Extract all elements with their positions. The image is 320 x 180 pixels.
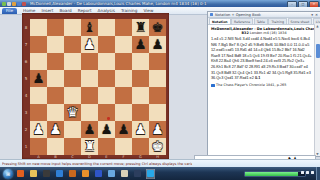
internet-explorer-icon — [56, 170, 63, 177]
square-g4[interactable] — [132, 87, 149, 104]
square-c7[interactable] — [64, 36, 81, 53]
scrollbar-thumb[interactable] — [316, 44, 320, 58]
quick-icon[interactable] — [17, 2, 21, 6]
black-pawn-e2[interactable]: ♟ — [98, 121, 115, 138]
square-a5[interactable]: ♟ — [30, 70, 47, 87]
white-rook-d1[interactable]: ♜ — [81, 138, 98, 155]
square-d7[interactable]: ♟ — [81, 36, 98, 53]
square-d5[interactable] — [81, 70, 98, 87]
square-h1[interactable]: ♚ — [149, 138, 166, 155]
app-lightblue-icon[interactable] — [107, 169, 116, 179]
status-hint-text: Pressing Shift on new move input helps o… — [2, 162, 192, 166]
source-text: The Chess Player's Chronicle 1841, p.265 — [216, 83, 286, 87]
notation-tabs: NotationReferenceTableTrainingScore shee… — [208, 18, 320, 25]
document-icon — [121, 170, 128, 177]
system-tray[interactable] — [301, 171, 314, 174]
app-blue-icon[interactable] — [94, 169, 103, 179]
square-a3[interactable] — [30, 104, 47, 121]
square-h7[interactable]: ♟ — [149, 36, 166, 53]
rank-label-8: 8 — [22, 19, 30, 36]
rank-label-1: 1 — [22, 138, 30, 155]
book-icon — [211, 84, 215, 88]
tray-icon[interactable] — [306, 171, 309, 174]
panel-caption-text: Notation + Opening Book — [215, 13, 261, 17]
browser-icon[interactable] — [16, 169, 25, 179]
rank-label-4: 4 — [22, 87, 30, 104]
square-e1[interactable] — [98, 138, 115, 155]
square-e3[interactable] — [98, 104, 115, 121]
square-b4[interactable] — [47, 87, 64, 104]
square-e4[interactable] — [98, 87, 115, 104]
square-h5[interactable] — [149, 70, 166, 87]
tab-training[interactable]: Training — [268, 18, 287, 24]
game-header: McDonnell,Alexander - De Labourdonnais,L… — [208, 25, 320, 35]
folder-icon — [30, 170, 37, 177]
window-title: McDonnell,Alexander - De Labourdonnais,L… — [30, 1, 260, 6]
tray-icon[interactable] — [301, 171, 304, 174]
square-a7[interactable] — [30, 36, 47, 53]
app-navy-icon — [134, 170, 141, 177]
square-f5[interactable] — [115, 70, 132, 87]
white-pawn-g2[interactable]: ♟ — [132, 121, 149, 138]
square-c5[interactable] — [64, 70, 81, 87]
square-h3[interactable] — [149, 104, 166, 121]
source-line: The Chess Player's Chronicle 1841, p.265 — [208, 82, 320, 89]
media-icon — [43, 170, 50, 177]
file-menu-button[interactable]: File — [2, 8, 17, 14]
square-f8[interactable] — [115, 19, 132, 36]
square-d4[interactable] — [81, 87, 98, 104]
browser-icon — [17, 170, 24, 177]
square-e7[interactable] — [98, 36, 115, 53]
square-f4[interactable] — [115, 87, 132, 104]
quick-icon[interactable] — [2, 2, 6, 6]
square-d6[interactable] — [81, 53, 98, 70]
eco-code: B32 — [241, 31, 248, 35]
square-f6[interactable] — [115, 53, 132, 70]
quick-access-toolbar — [2, 2, 26, 6]
quick-icon[interactable] — [12, 2, 16, 6]
black-pawn-h7[interactable]: ♟ — [149, 36, 166, 53]
square-f2[interactable]: ♟ — [115, 121, 132, 138]
square-g7[interactable]: ♟ — [132, 36, 149, 53]
chess-program-icon — [82, 170, 89, 177]
square-d3[interactable] — [81, 104, 98, 121]
tab-score-sheet[interactable]: Score sheet — [288, 18, 313, 24]
square-e2[interactable]: ♟ — [98, 121, 115, 138]
square-g6[interactable] — [132, 53, 149, 70]
square-f7[interactable] — [115, 36, 132, 53]
notation-panel: Notation + Opening Book ▾ ✕ NotationRefe… — [207, 11, 320, 157]
square-a6[interactable] — [30, 53, 47, 70]
rank-label-2: 2 — [22, 121, 30, 138]
square-a1[interactable] — [30, 138, 47, 155]
black-pawn-g7[interactable]: ♟ — [132, 36, 149, 53]
square-e8[interactable] — [98, 19, 115, 36]
quick-icon[interactable] — [7, 2, 11, 6]
square-g8[interactable]: ♜ — [132, 19, 149, 36]
result-text: 0-1 — [255, 76, 261, 80]
square-c6[interactable] — [64, 53, 81, 70]
red-marker-dot — [107, 117, 110, 120]
windows-taskbar: ⊞ — [0, 167, 320, 180]
rank-label-7: 7 — [22, 36, 30, 53]
taskbar-progress — [244, 171, 306, 177]
tab-reference[interactable]: Reference — [231, 18, 253, 24]
square-g5[interactable] — [132, 70, 149, 87]
white-pawn-d7[interactable]: ♟ — [81, 36, 98, 53]
notation-scrollbar[interactable]: ▲ ▼ — [314, 24, 320, 156]
rank-label-5: 5 — [22, 70, 30, 87]
media-icon[interactable] — [42, 169, 51, 179]
square-h8[interactable]: ♚ — [149, 19, 166, 36]
square-d1[interactable]: ♜ — [81, 138, 98, 155]
document-icon[interactable] — [120, 169, 129, 179]
black-bishop-d8[interactable]: ♝ — [81, 19, 98, 36]
square-c1[interactable] — [64, 138, 81, 155]
folder-icon[interactable] — [29, 169, 38, 179]
chessbase-icon — [69, 170, 76, 177]
square-c4[interactable] — [64, 87, 81, 104]
black-rook-g8[interactable]: ♜ — [132, 19, 149, 36]
square-e5[interactable] — [98, 70, 115, 87]
square-d2[interactable]: ♟ — [81, 121, 98, 138]
movetext[interactable]: 1.e4 c5 2.Nf3 Nc6 3.d4 cxd4 4.Nxd4 e5 5.… — [208, 35, 320, 82]
square-c8[interactable] — [64, 19, 81, 36]
square-g2[interactable]: ♟ — [132, 121, 149, 138]
title-bar: McDonnell,Alexander - De Labourdonnais,L… — [0, 0, 320, 7]
square-c2[interactable] — [64, 121, 81, 138]
white-pawn-h2[interactable]: ♟ — [149, 121, 166, 138]
chessbase-icon[interactable] — [68, 169, 77, 179]
square-h6[interactable] — [149, 53, 166, 70]
white-king-h1[interactable]: ♚ — [149, 138, 166, 155]
square-f3[interactable] — [115, 104, 132, 121]
start-button[interactable]: ⊞ — [3, 169, 13, 179]
black-king-h8[interactable]: ♚ — [149, 19, 166, 36]
moves-text[interactable]: 1.e4 c5 2.Nf3 Nc6 3.d4 cxd4 4.Nxd4 e5 5.… — [211, 37, 312, 80]
progress-fill — [245, 172, 298, 176]
square-f1[interactable] — [115, 138, 132, 155]
square-b8[interactable] — [47, 19, 64, 36]
square-a8[interactable] — [30, 19, 47, 36]
tab-notation[interactable]: Notation — [209, 18, 231, 24]
panel-close-icon[interactable]: ✕ — [315, 13, 318, 17]
square-h4[interactable] — [149, 87, 166, 104]
black-pawn-d2[interactable]: ♟ — [81, 121, 98, 138]
app-navy-icon[interactable] — [133, 169, 142, 179]
white-queen-c3[interactable]: ♛ — [64, 104, 81, 121]
white-pawn-a2[interactable]: ♟ — [30, 121, 47, 138]
chess-program-icon[interactable] — [81, 169, 90, 179]
tray-icon[interactable] — [311, 171, 314, 174]
players-result-line: McDonnell,Alexander - De Labourdonnais,L… — [211, 27, 317, 31]
square-b2[interactable]: ♟ — [47, 121, 64, 138]
black-pawn-a5[interactable]: ♟ — [30, 70, 47, 87]
quick-icon[interactable] — [22, 2, 26, 6]
square-b7[interactable] — [47, 36, 64, 53]
rank-label-6: 6 — [22, 53, 30, 70]
app-blue-icon — [95, 170, 102, 177]
panel-icon — [210, 13, 213, 16]
scroll-up-icon[interactable]: ▲ — [315, 24, 320, 28]
show-desktop-button[interactable] — [316, 167, 320, 180]
white-pawn-b2[interactable]: ♟ — [47, 121, 64, 138]
skype-icon[interactable] — [146, 169, 155, 179]
square-b6[interactable] — [47, 53, 64, 70]
square-b5[interactable] — [47, 70, 64, 87]
square-g1[interactable] — [132, 138, 149, 155]
square-e6[interactable] — [98, 53, 115, 70]
app-lightblue-icon — [108, 170, 115, 177]
rank-labels: 87654321 — [22, 19, 30, 155]
square-g3[interactable] — [132, 104, 149, 121]
square-a2[interactable]: ♟ — [30, 121, 47, 138]
square-a4[interactable] — [30, 87, 47, 104]
event-text: London m4 (16) 1834 — [250, 31, 287, 35]
rank-label-3: 3 — [22, 104, 30, 121]
square-c3[interactable]: ♛ — [64, 104, 81, 121]
square-b1[interactable] — [47, 138, 64, 155]
square-h2[interactable]: ♟ — [149, 121, 166, 138]
panel-menu-icon[interactable]: ▾ — [311, 13, 313, 17]
tab-table[interactable]: Table — [254, 18, 268, 24]
square-b3[interactable] — [47, 104, 64, 121]
chess-board[interactable]: ♝♜♚♟♟♟♟♛♟♟♟♟♟♟♟♜♚ — [30, 19, 166, 155]
skype-icon — [147, 170, 154, 177]
square-d8[interactable]: ♝ — [81, 19, 98, 36]
internet-explorer-icon[interactable] — [55, 169, 64, 179]
black-pawn-f2[interactable]: ♟ — [115, 121, 132, 138]
